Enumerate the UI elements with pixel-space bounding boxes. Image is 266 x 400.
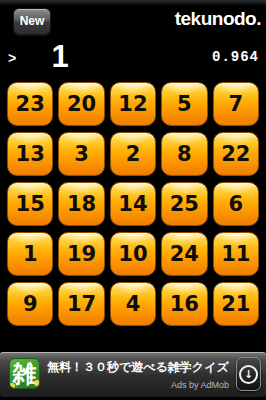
number-button-6[interactable]: 6	[213, 182, 259, 226]
download-arrow-icon: ↓	[239, 365, 258, 384]
number-button-22[interactable]: 22	[213, 132, 259, 176]
flower-petal-icon	[9, 383, 15, 389]
next-indicator-caret: >	[8, 51, 16, 67]
number-button-11[interactable]: 11	[213, 232, 259, 276]
number-button-3[interactable]: 3	[58, 132, 104, 176]
ads-by-admob-label: Ads by AdMob	[171, 380, 229, 390]
number-button-23[interactable]: 23	[7, 82, 53, 126]
number-button-5[interactable]: 5	[161, 82, 207, 126]
number-button-19[interactable]: 19	[58, 232, 104, 276]
number-button-13[interactable]: 13	[7, 132, 53, 176]
number-button-10[interactable]: 10	[110, 232, 156, 276]
number-button-18[interactable]: 18	[58, 182, 104, 226]
current-target-number: 1	[40, 39, 80, 75]
number-button-21[interactable]: 21	[213, 282, 259, 326]
screen-top-sheen	[0, 0, 266, 6]
number-button-4[interactable]: 4	[110, 282, 156, 326]
ad-app-icon[interactable]: 雑	[9, 358, 40, 389]
number-button-1[interactable]: 1	[7, 232, 53, 276]
number-button-9[interactable]: 9	[7, 282, 53, 326]
number-button-15[interactable]: 15	[7, 182, 53, 226]
flower-petal-icon	[34, 380, 40, 386]
number-button-25[interactable]: 25	[161, 182, 207, 226]
ad-banner[interactable]: 雑 無料！３０秒で遊べる雑学クイズ Ads by AdMob ↓	[0, 352, 266, 397]
ad-download-button[interactable]: ↓	[236, 357, 261, 391]
number-button-8[interactable]: 8	[161, 132, 207, 176]
elapsed-timer: 0.964	[212, 49, 259, 65]
number-button-24[interactable]: 24	[161, 232, 207, 276]
number-button-17[interactable]: 17	[58, 282, 104, 326]
number-grid: 2320125713328221518142561191024119174162…	[7, 82, 259, 326]
number-button-12[interactable]: 12	[110, 82, 156, 126]
tekunodo-logo: tekunodo.	[175, 8, 261, 30]
number-button-16[interactable]: 16	[161, 282, 207, 326]
number-button-2[interactable]: 2	[110, 132, 156, 176]
new-game-button[interactable]: New	[13, 8, 51, 35]
number-button-14[interactable]: 14	[110, 182, 156, 226]
number-button-7[interactable]: 7	[213, 82, 259, 126]
number-button-20[interactable]: 20	[58, 82, 104, 126]
ad-text[interactable]: 無料！３０秒で遊べる雑学クイズ	[47, 360, 217, 374]
app-screen: New tekunodo. > 1 0.964 2320125713328221…	[0, 0, 266, 400]
